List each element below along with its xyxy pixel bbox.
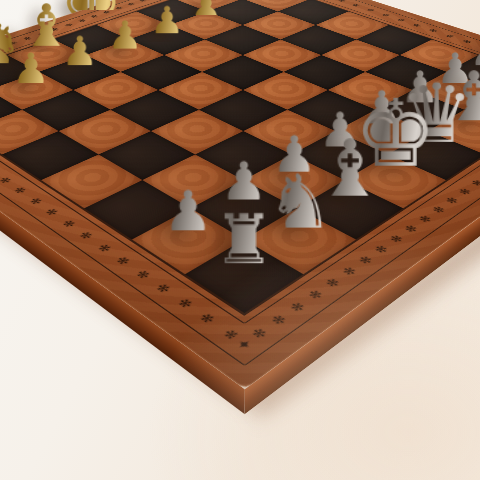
chess-board: ✻ ✻ ✻ ✻ ✻ ✻ ✻ ✻ ✻ ✻ ✻ ✻ ✻ ✻ ✻ ✻ ✻ ✻ ✻ ✻ …	[0, 0, 480, 389]
black-pawn-glyph: ♟	[0, 66, 61, 110]
scene: ✻ ✻ ✻ ✻ ✻ ✻ ✻ ✻ ✻ ✻ ✻ ✻ ✻ ✻ ✻ ✻ ✻ ✻ ✻ ✻ …	[0, 0, 480, 480]
photo-background: ✻ ✻ ✻ ✻ ✻ ✻ ✻ ✻ ✻ ✻ ✻ ✻ ✻ ✻ ✻ ✻ ✻ ✻ ✻ ✻ …	[0, 0, 480, 480]
white-rook-glyph: ♜	[133, 206, 356, 274]
